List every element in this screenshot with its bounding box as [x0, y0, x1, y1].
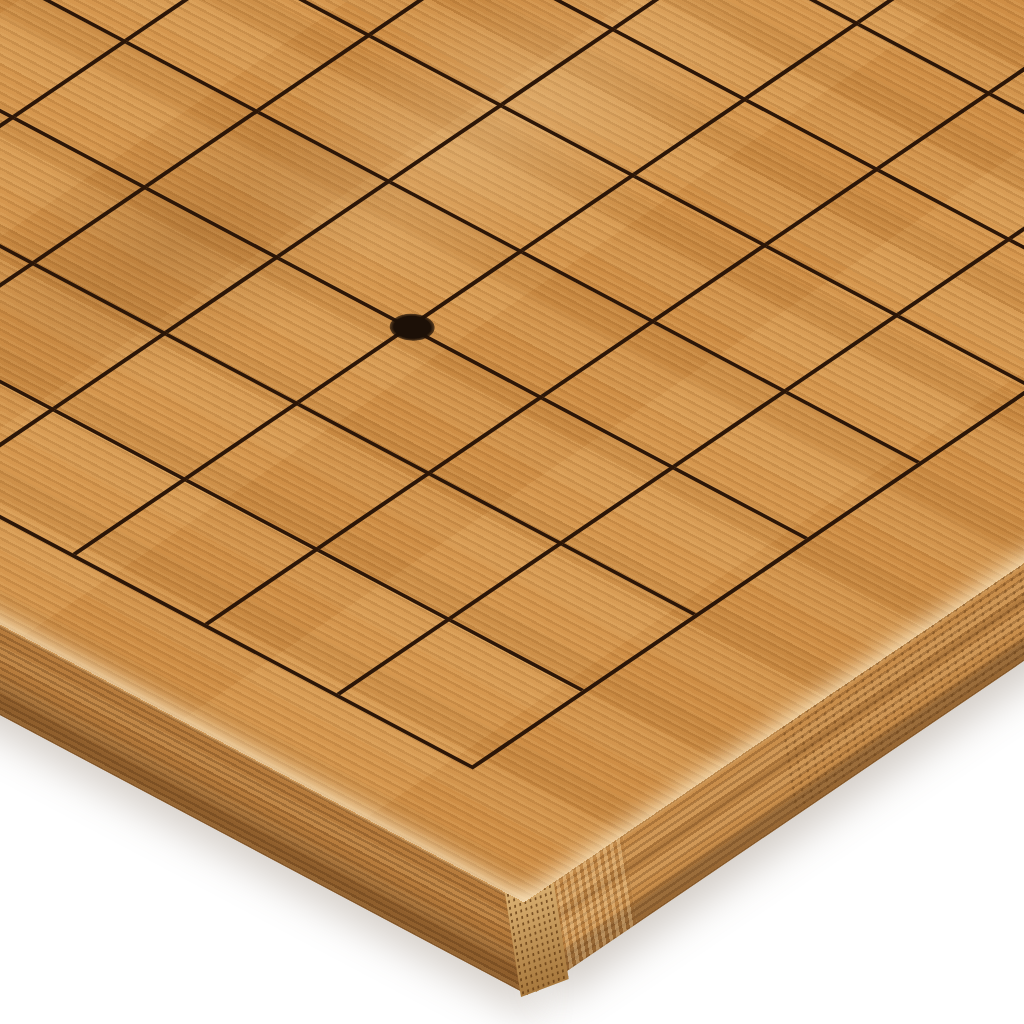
go-grid — [0, 0, 1024, 770]
go-board-product-photo — [0, 0, 1024, 1024]
